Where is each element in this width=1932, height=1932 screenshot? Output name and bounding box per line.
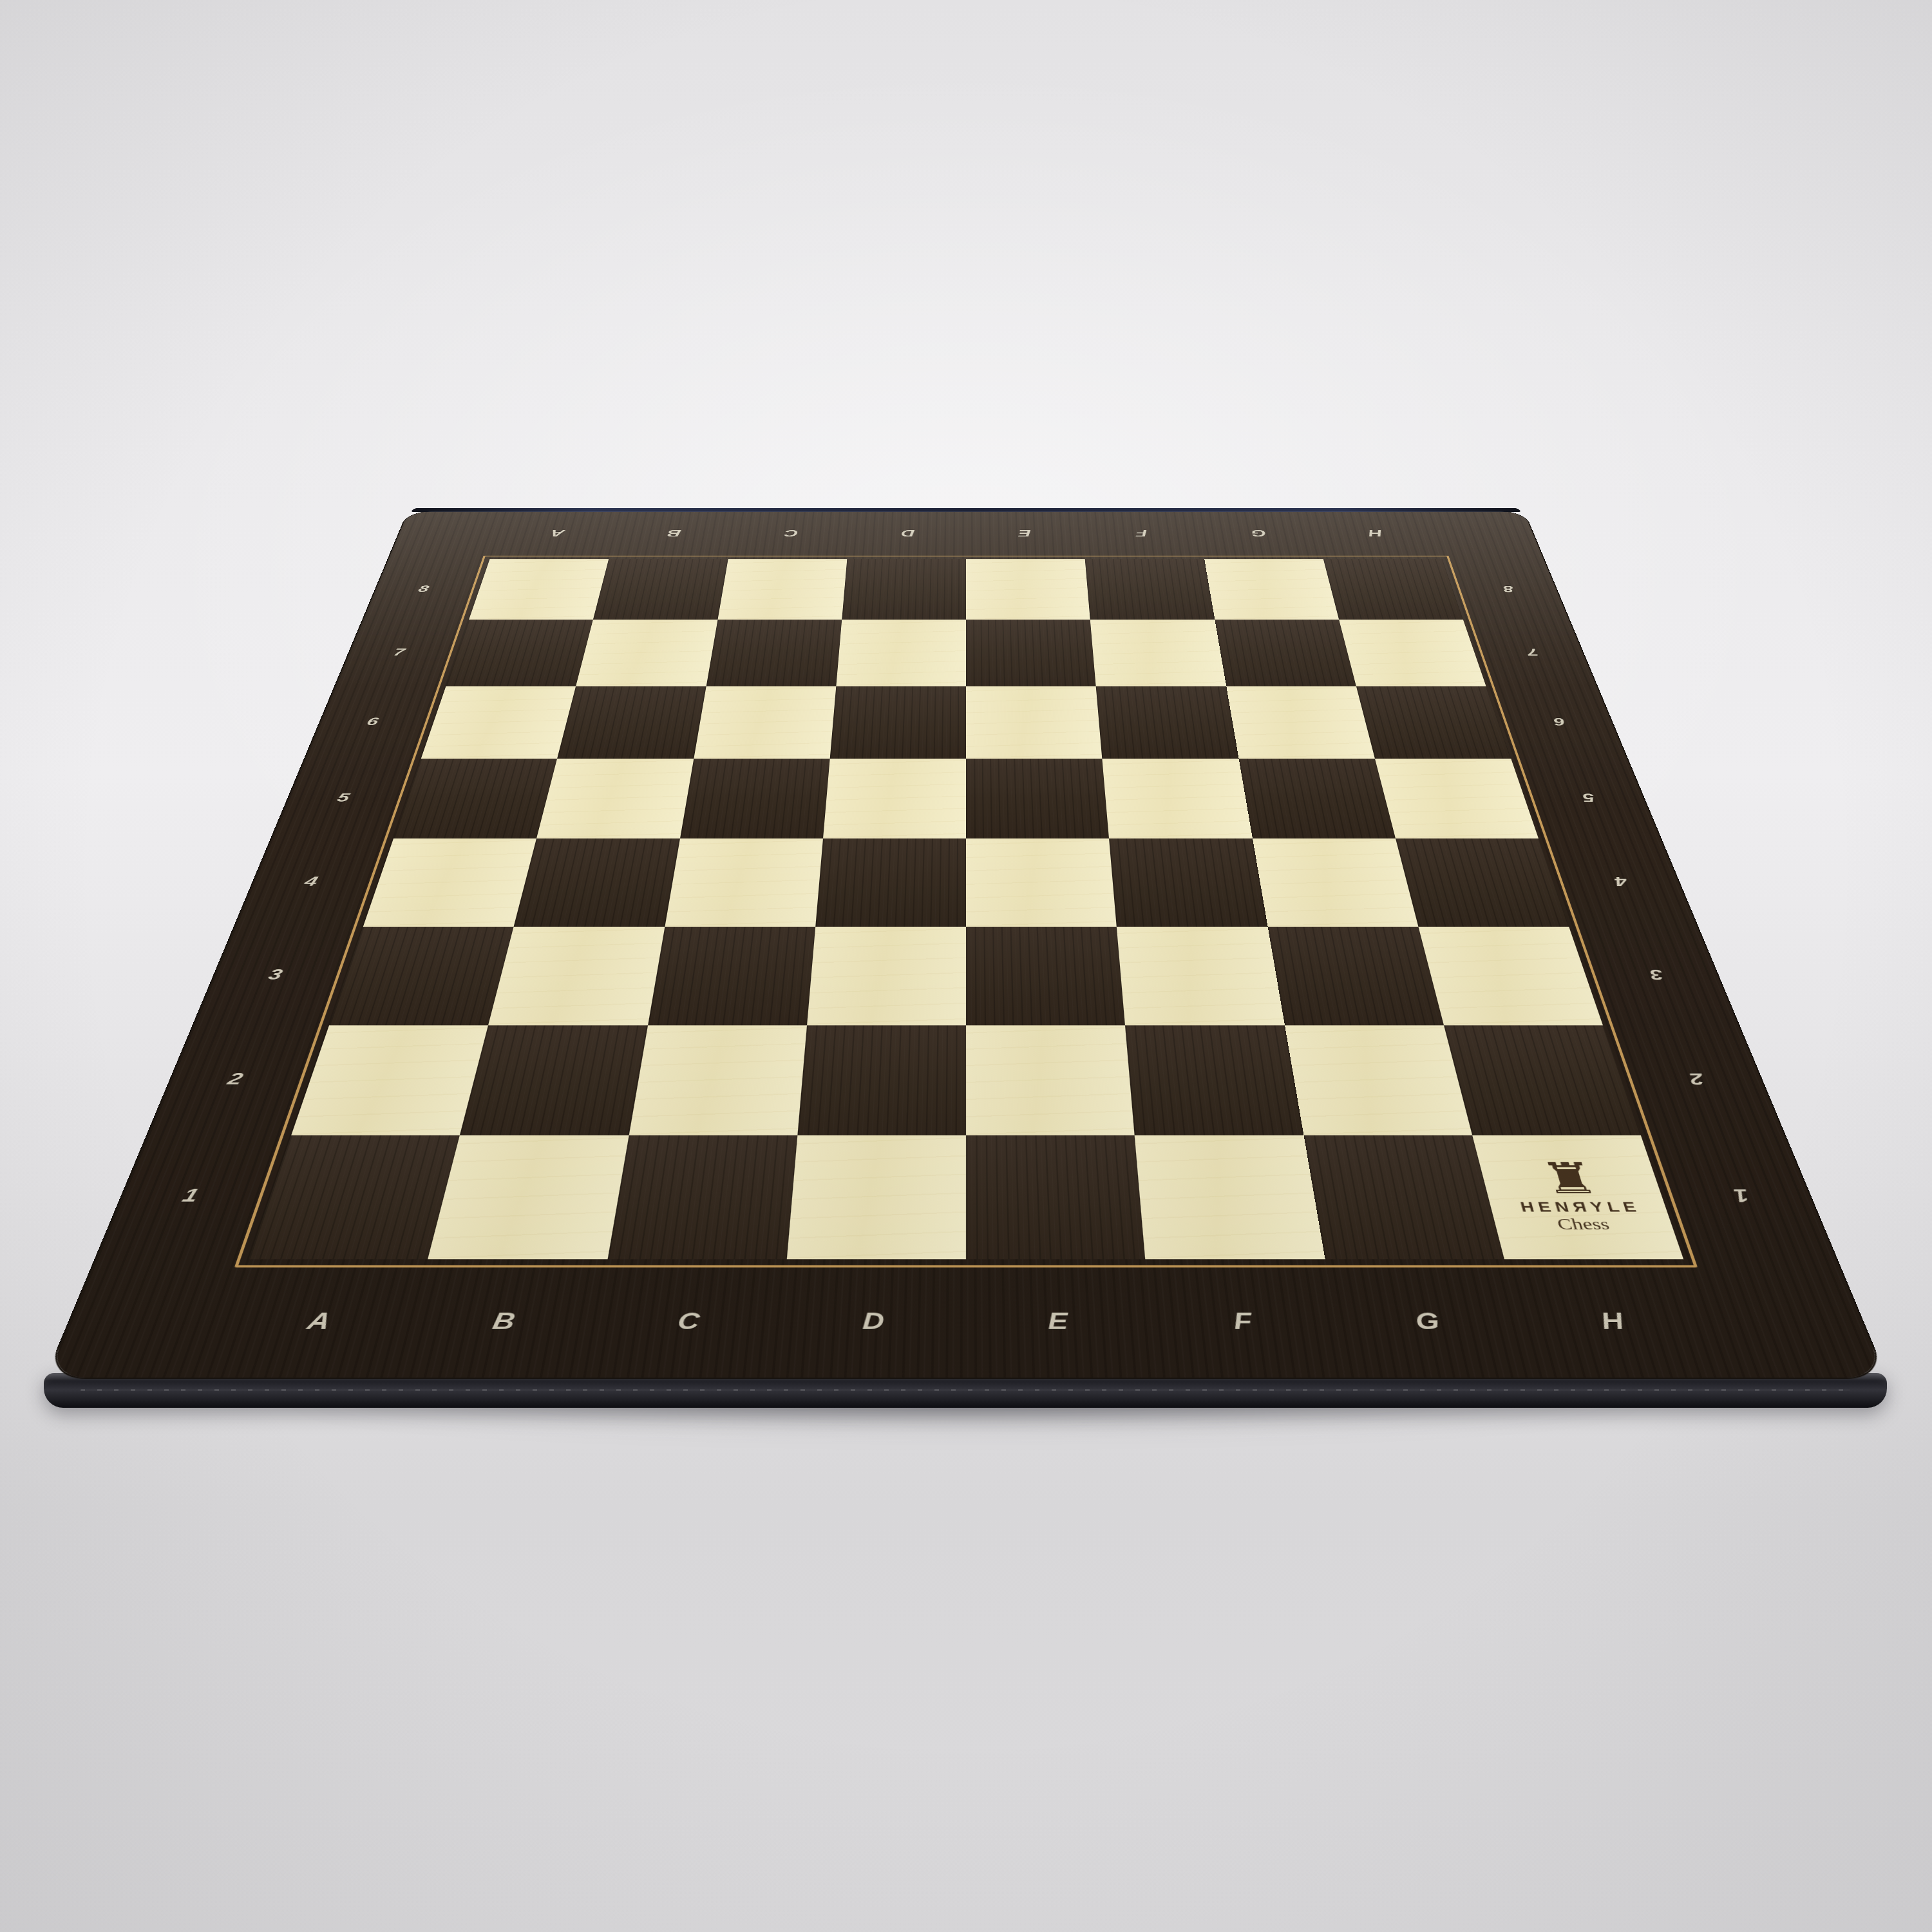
square-f6 [1096,686,1238,759]
square-b7 [576,620,717,686]
file-label-b: B [397,1267,606,1378]
file-label-far-e: E [966,511,1084,555]
board-frame: ABCDEFGH ABCDEFGH 87654321 87654321 ♜ HE… [46,511,1886,1378]
field-inner: ♜ HENЯYLE Chess [249,559,1683,1259]
square-f8 [1085,559,1215,620]
chess-board: ABCDEFGH ABCDEFGH 87654321 87654321 ♜ HE… [46,511,1886,1378]
brand-logo: ♜ HENЯYLE Chess [1472,1135,1683,1259]
square-e8 [966,559,1090,620]
rook-icon: ♜ [1537,1159,1603,1199]
square-c4 [665,838,823,927]
square-f5 [1103,759,1253,838]
file-label-a: A [207,1267,426,1378]
brand-subtitle: Chess [1555,1216,1612,1234]
file-label-far-b: B [610,511,736,555]
photo-backdrop: ABCDEFGH ABCDEFGH 87654321 87654321 ♜ HE… [0,0,1932,1932]
file-label-far-a: A [491,511,621,555]
square-g7 [1215,620,1356,686]
square-e3 [966,927,1125,1025]
square-e4 [966,838,1117,927]
square-b4 [514,838,680,927]
square-d5 [823,759,966,838]
square-b3 [488,927,665,1025]
square-b1 [428,1135,629,1259]
file-label-far-f: F [1081,511,1204,555]
square-d3 [807,927,966,1025]
square-h8 [1323,559,1463,620]
square-d2 [797,1025,966,1135]
square-c6 [694,686,836,759]
square-e1 [966,1135,1146,1259]
square-g4 [1253,838,1419,927]
square-g5 [1238,759,1396,838]
rank-label-right-8: 8 [1450,559,1569,620]
square-grid [249,559,1683,1259]
square-b5 [536,759,694,838]
square-f7 [1090,620,1226,686]
square-d4 [815,838,966,927]
brand-name: HENЯYLE [1514,1200,1643,1215]
file-label-far-h: H [1311,511,1441,555]
square-d1 [786,1135,966,1259]
square-a5 [393,759,557,838]
square-c2 [629,1025,807,1135]
square-e6 [966,686,1103,759]
square-f1 [1135,1135,1325,1259]
square-g1 [1303,1135,1504,1259]
square-c8 [717,559,847,620]
file-label-h: H [1506,1267,1725,1378]
square-d6 [829,686,966,759]
square-a7 [446,620,593,686]
file-label-far-g: G [1196,511,1322,555]
playing-field: ♜ HENЯYLE Chess [234,556,1698,1268]
file-label-f: F [1146,1267,1345,1378]
square-b8 [593,559,728,620]
square-g2 [1284,1025,1472,1135]
square-d8 [842,559,966,620]
square-b2 [460,1025,647,1135]
square-a4 [363,838,537,927]
square-a3 [329,927,514,1025]
square-g8 [1204,559,1339,620]
file-label-c: C [587,1267,786,1378]
square-f2 [1125,1025,1303,1135]
square-c7 [706,620,842,686]
square-c1 [607,1135,797,1259]
file-label-g: G [1326,1267,1535,1378]
square-h6 [1356,686,1511,759]
square-c5 [680,759,830,838]
square-a1 [249,1135,460,1259]
square-h5 [1375,759,1539,838]
file-labels-far-rail: ABCDEFGH [491,511,1441,555]
square-e7 [966,620,1096,686]
square-d7 [836,620,966,686]
square-f3 [1117,927,1284,1025]
square-h7 [1339,620,1486,686]
file-labels-near-rail: ABCDEFGH [207,1267,1724,1378]
square-h4 [1396,838,1569,927]
file-label-d: D [777,1267,966,1378]
square-g3 [1267,927,1444,1025]
square-a2 [291,1025,488,1135]
square-b6 [557,686,706,759]
square-c3 [648,927,815,1025]
file-label-far-c: C [728,511,851,555]
square-f4 [1109,838,1267,927]
square-a6 [421,686,576,759]
square-h3 [1418,927,1603,1025]
file-label-far-d: D [848,511,966,555]
square-a8 [469,559,609,620]
board-side-edge [44,1373,1887,1408]
square-e2 [966,1025,1135,1135]
square-g6 [1226,686,1375,759]
square-e5 [966,759,1109,838]
square-h2 [1444,1025,1641,1135]
file-label-e: E [966,1267,1155,1378]
